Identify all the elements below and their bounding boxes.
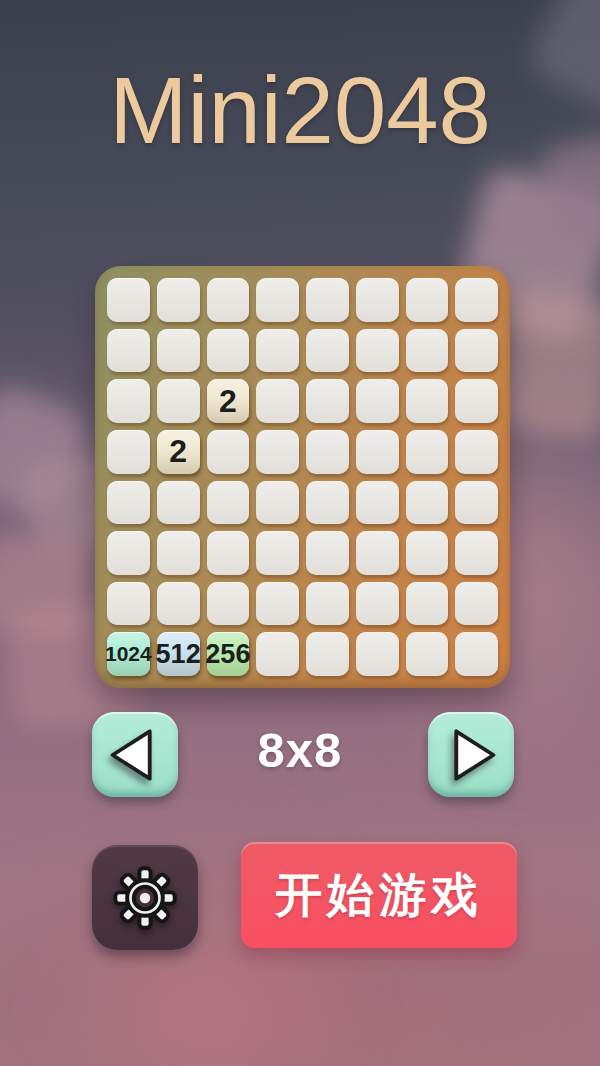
board-cell [256, 632, 299, 676]
board-cell: 256 [207, 632, 250, 676]
board-cell [356, 329, 399, 373]
board-cell [107, 582, 150, 626]
board-cell [256, 379, 299, 423]
right-arrow-icon [439, 723, 503, 787]
board-cell [157, 278, 200, 322]
board-cell [455, 582, 498, 626]
board-cell [356, 531, 399, 575]
board-cell [455, 481, 498, 525]
board-cell [157, 379, 200, 423]
board-cell [406, 278, 449, 322]
start-game-button[interactable]: 开始游戏 [241, 842, 517, 948]
tile-2: 2 [157, 430, 200, 474]
board-cell [455, 278, 498, 322]
board-grid: 221024512256 [107, 278, 498, 676]
board-cell [356, 582, 399, 626]
board-cell: 1024 [107, 632, 150, 676]
board-cell [306, 278, 349, 322]
board-cell [256, 481, 299, 525]
board-cell [455, 430, 498, 474]
board-cell [306, 379, 349, 423]
board-cell [157, 531, 200, 575]
board-cell [406, 379, 449, 423]
settings-button[interactable] [92, 845, 198, 950]
board-cell [356, 430, 399, 474]
board-cell [455, 632, 498, 676]
board-cell [406, 430, 449, 474]
board-cell: 2 [157, 430, 200, 474]
board-cell [406, 531, 449, 575]
board-cell [207, 430, 250, 474]
board-cell [455, 531, 498, 575]
board-cell [207, 481, 250, 525]
board-cell [356, 481, 399, 525]
board-cell [455, 329, 498, 373]
board-cell [107, 531, 150, 575]
board-cell [207, 531, 250, 575]
board-cell [256, 531, 299, 575]
game-board: 221024512256 [95, 266, 510, 688]
board-cell [306, 481, 349, 525]
tile-1024: 1024 [107, 632, 150, 676]
board-cell [256, 278, 299, 322]
gear-icon [112, 865, 178, 931]
board-cell: 512 [157, 632, 200, 676]
tile-2: 2 [207, 379, 250, 423]
board-cell [256, 430, 299, 474]
board-cell [406, 632, 449, 676]
board-cell [406, 329, 449, 373]
board-cell [107, 278, 150, 322]
board-cell [306, 582, 349, 626]
board-cell [306, 531, 349, 575]
board-cell [306, 632, 349, 676]
board-cell [107, 430, 150, 474]
board-cell [356, 632, 399, 676]
tile-512: 512 [157, 632, 200, 676]
board-cell [207, 329, 250, 373]
board-cell [356, 278, 399, 322]
app-screen: Mini2048 221024512256 8x8 [0, 0, 600, 1066]
board-cell: 2 [207, 379, 250, 423]
board-cell [207, 278, 250, 322]
board-cell [256, 329, 299, 373]
next-size-button[interactable] [428, 712, 514, 797]
board-cell [107, 481, 150, 525]
board-cell [207, 582, 250, 626]
board-cell [157, 481, 200, 525]
board-cell [107, 379, 150, 423]
board-cell [406, 582, 449, 626]
board-cell [157, 582, 200, 626]
board-cell [107, 329, 150, 373]
board-cell [256, 582, 299, 626]
board-cell [356, 379, 399, 423]
page-title: Mini2048 [0, 64, 600, 158]
board-cell [157, 329, 200, 373]
board-cell [455, 379, 498, 423]
board-cell [306, 430, 349, 474]
board-cell [306, 329, 349, 373]
tile-256: 256 [207, 632, 250, 676]
board-cell [406, 481, 449, 525]
